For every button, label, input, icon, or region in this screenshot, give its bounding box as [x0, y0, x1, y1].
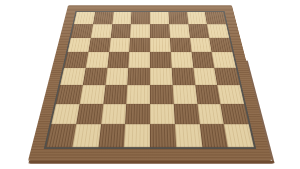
square-d2[interactable]: [125, 104, 150, 125]
square-a4[interactable]: [60, 68, 85, 85]
square-g4[interactable]: [193, 68, 217, 85]
square-a3[interactable]: [56, 85, 83, 104]
square-b3[interactable]: [79, 85, 105, 104]
square-c5[interactable]: [107, 52, 129, 68]
square-c4[interactable]: [105, 68, 128, 85]
square-g6[interactable]: [190, 38, 212, 52]
square-b7[interactable]: [91, 24, 112, 37]
square-h3[interactable]: [217, 85, 244, 104]
square-f6[interactable]: [170, 38, 191, 52]
square-a7[interactable]: [71, 24, 93, 37]
square-f4[interactable]: [171, 68, 194, 85]
square-c3[interactable]: [103, 85, 128, 104]
square-c1[interactable]: [98, 124, 125, 147]
square-b2[interactable]: [76, 104, 103, 125]
square-a8[interactable]: [74, 12, 95, 24]
square-h7[interactable]: [207, 24, 229, 37]
board-grid: [46, 12, 254, 147]
square-g3[interactable]: [195, 85, 221, 104]
photo-background: [0, 0, 300, 169]
square-g7[interactable]: [188, 24, 209, 37]
square-f5[interactable]: [171, 52, 193, 68]
square-f3[interactable]: [172, 85, 197, 104]
square-e1[interactable]: [150, 124, 176, 147]
square-d1[interactable]: [124, 124, 150, 147]
square-e6[interactable]: [150, 38, 171, 52]
chess-board: [28, 5, 272, 161]
square-b8[interactable]: [93, 12, 113, 24]
square-g2[interactable]: [197, 104, 224, 125]
square-c2[interactable]: [101, 104, 127, 125]
square-f1[interactable]: [175, 124, 202, 147]
square-d4[interactable]: [128, 68, 150, 85]
square-d8[interactable]: [131, 12, 150, 24]
square-a6[interactable]: [68, 38, 91, 52]
square-h1[interactable]: [224, 124, 254, 147]
square-h8[interactable]: [205, 12, 226, 24]
square-f7[interactable]: [169, 24, 190, 37]
square-c6[interactable]: [109, 38, 130, 52]
square-h2[interactable]: [221, 104, 249, 125]
square-f8[interactable]: [168, 12, 188, 24]
square-e8[interactable]: [150, 12, 169, 24]
square-h6[interactable]: [209, 38, 232, 52]
square-d3[interactable]: [126, 85, 150, 104]
square-c7[interactable]: [110, 24, 131, 37]
square-g8[interactable]: [187, 12, 207, 24]
square-b4[interactable]: [83, 68, 107, 85]
square-e4[interactable]: [150, 68, 172, 85]
square-b6[interactable]: [88, 38, 110, 52]
square-c8[interactable]: [112, 12, 132, 24]
square-d5[interactable]: [129, 52, 150, 68]
square-a2[interactable]: [51, 104, 79, 125]
board-inlay-line: [44, 11, 256, 149]
square-b1[interactable]: [72, 124, 101, 147]
square-g1[interactable]: [199, 124, 228, 147]
square-a5[interactable]: [64, 52, 88, 68]
square-e5[interactable]: [150, 52, 171, 68]
square-b5[interactable]: [86, 52, 109, 68]
square-e2[interactable]: [150, 104, 175, 125]
square-a1[interactable]: [46, 124, 76, 147]
square-d7[interactable]: [130, 24, 150, 37]
square-d6[interactable]: [129, 38, 150, 52]
square-g5[interactable]: [191, 52, 214, 68]
square-f2[interactable]: [174, 104, 200, 125]
square-h4[interactable]: [214, 68, 239, 85]
square-e7[interactable]: [150, 24, 170, 37]
square-h5[interactable]: [212, 52, 236, 68]
square-e3[interactable]: [150, 85, 174, 104]
